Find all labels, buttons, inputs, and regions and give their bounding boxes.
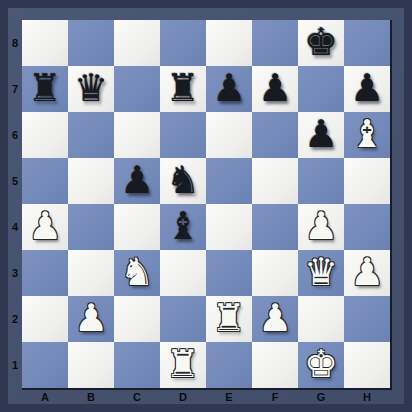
chess-board-frame: 87654321 ♚♜♛♜♟♟♟♟♝♟♞♟♝♟♞♛♟♟♜♟♜♚ ABCDEFGH bbox=[0, 0, 412, 412]
black-bishop[interactable]: ♝ bbox=[166, 207, 200, 245]
square-a3[interactable] bbox=[22, 250, 68, 296]
square-g4[interactable]: ♟ bbox=[298, 204, 344, 250]
square-a4[interactable]: ♟ bbox=[22, 204, 68, 250]
square-b8[interactable] bbox=[68, 20, 114, 66]
square-d4[interactable]: ♝ bbox=[160, 204, 206, 250]
square-d5[interactable]: ♞ bbox=[160, 158, 206, 204]
square-e3[interactable] bbox=[206, 250, 252, 296]
square-f8[interactable] bbox=[252, 20, 298, 66]
square-b4[interactable] bbox=[68, 204, 114, 250]
square-a8[interactable] bbox=[22, 20, 68, 66]
square-f3[interactable] bbox=[252, 250, 298, 296]
square-d2[interactable] bbox=[160, 296, 206, 342]
square-c3[interactable]: ♞ bbox=[114, 250, 160, 296]
square-a1[interactable] bbox=[22, 342, 68, 388]
square-b3[interactable] bbox=[68, 250, 114, 296]
black-knight[interactable]: ♞ bbox=[166, 161, 200, 199]
square-b5[interactable] bbox=[68, 158, 114, 204]
square-d1[interactable]: ♜ bbox=[160, 342, 206, 388]
black-pawn[interactable]: ♟ bbox=[258, 69, 292, 107]
square-c6[interactable] bbox=[114, 112, 160, 158]
white-pawn[interactable]: ♟ bbox=[74, 299, 108, 337]
rank-labels: 87654321 bbox=[8, 20, 22, 388]
black-pawn[interactable]: ♟ bbox=[304, 115, 338, 153]
square-f5[interactable] bbox=[252, 158, 298, 204]
file-label-d: D bbox=[160, 390, 206, 404]
square-h6[interactable]: ♝ bbox=[344, 112, 390, 158]
square-h2[interactable] bbox=[344, 296, 390, 342]
square-d3[interactable] bbox=[160, 250, 206, 296]
square-g8[interactable]: ♚ bbox=[298, 20, 344, 66]
white-pawn[interactable]: ♟ bbox=[258, 299, 292, 337]
rank-label-2: 2 bbox=[8, 296, 22, 342]
square-c2[interactable] bbox=[114, 296, 160, 342]
square-g2[interactable] bbox=[298, 296, 344, 342]
square-e1[interactable] bbox=[206, 342, 252, 388]
square-b1[interactable] bbox=[68, 342, 114, 388]
file-label-e: E bbox=[206, 390, 252, 404]
square-h5[interactable] bbox=[344, 158, 390, 204]
square-c4[interactable] bbox=[114, 204, 160, 250]
square-g7[interactable] bbox=[298, 66, 344, 112]
square-f7[interactable]: ♟ bbox=[252, 66, 298, 112]
file-label-f: F bbox=[252, 390, 298, 404]
file-label-h: H bbox=[344, 390, 390, 404]
file-labels: ABCDEFGH bbox=[22, 390, 392, 404]
square-e2[interactable]: ♜ bbox=[206, 296, 252, 342]
black-king[interactable]: ♚ bbox=[304, 23, 338, 61]
rank-label-4: 4 bbox=[8, 204, 22, 250]
square-b6[interactable] bbox=[68, 112, 114, 158]
square-d8[interactable] bbox=[160, 20, 206, 66]
rank-label-7: 7 bbox=[8, 66, 22, 112]
square-h8[interactable] bbox=[344, 20, 390, 66]
square-f4[interactable] bbox=[252, 204, 298, 250]
black-queen[interactable]: ♛ bbox=[74, 69, 108, 107]
white-rook[interactable]: ♜ bbox=[166, 345, 200, 383]
square-a6[interactable] bbox=[22, 112, 68, 158]
rank-label-5: 5 bbox=[8, 158, 22, 204]
square-f6[interactable] bbox=[252, 112, 298, 158]
file-label-b: B bbox=[68, 390, 114, 404]
square-g3[interactable]: ♛ bbox=[298, 250, 344, 296]
square-h3[interactable]: ♟ bbox=[344, 250, 390, 296]
square-g6[interactable]: ♟ bbox=[298, 112, 344, 158]
rank-label-3: 3 bbox=[8, 250, 22, 296]
square-e5[interactable] bbox=[206, 158, 252, 204]
square-g1[interactable]: ♚ bbox=[298, 342, 344, 388]
black-pawn[interactable]: ♟ bbox=[212, 69, 246, 107]
white-pawn[interactable]: ♟ bbox=[28, 207, 62, 245]
white-king[interactable]: ♚ bbox=[304, 345, 338, 383]
white-knight[interactable]: ♞ bbox=[120, 253, 154, 291]
black-pawn[interactable]: ♟ bbox=[350, 69, 384, 107]
square-d6[interactable] bbox=[160, 112, 206, 158]
square-a5[interactable] bbox=[22, 158, 68, 204]
file-label-c: C bbox=[114, 390, 160, 404]
square-a2[interactable] bbox=[22, 296, 68, 342]
square-h1[interactable] bbox=[344, 342, 390, 388]
black-rook[interactable]: ♜ bbox=[28, 69, 62, 107]
square-b2[interactable]: ♟ bbox=[68, 296, 114, 342]
square-b7[interactable]: ♛ bbox=[68, 66, 114, 112]
square-c1[interactable] bbox=[114, 342, 160, 388]
square-h4[interactable] bbox=[344, 204, 390, 250]
white-bishop[interactable]: ♝ bbox=[350, 115, 384, 153]
square-e4[interactable] bbox=[206, 204, 252, 250]
chess-board: ♚♜♛♜♟♟♟♟♝♟♞♟♝♟♞♛♟♟♜♟♜♚ bbox=[22, 20, 392, 390]
square-e7[interactable]: ♟ bbox=[206, 66, 252, 112]
file-label-g: G bbox=[298, 390, 344, 404]
white-pawn[interactable]: ♟ bbox=[304, 207, 338, 245]
black-rook[interactable]: ♜ bbox=[166, 69, 200, 107]
square-c7[interactable] bbox=[114, 66, 160, 112]
square-g5[interactable] bbox=[298, 158, 344, 204]
white-pawn[interactable]: ♟ bbox=[350, 253, 384, 291]
black-pawn[interactable]: ♟ bbox=[120, 161, 154, 199]
rank-label-6: 6 bbox=[8, 112, 22, 158]
square-d7[interactable]: ♜ bbox=[160, 66, 206, 112]
rank-label-8: 8 bbox=[8, 20, 22, 66]
file-label-a: A bbox=[22, 390, 68, 404]
white-rook[interactable]: ♜ bbox=[212, 299, 246, 337]
square-e6[interactable] bbox=[206, 112, 252, 158]
square-f1[interactable] bbox=[252, 342, 298, 388]
white-queen[interactable]: ♛ bbox=[304, 253, 338, 291]
square-f2[interactable]: ♟ bbox=[252, 296, 298, 342]
rank-label-1: 1 bbox=[8, 342, 22, 388]
square-e8[interactable] bbox=[206, 20, 252, 66]
square-c5[interactable]: ♟ bbox=[114, 158, 160, 204]
square-c8[interactable] bbox=[114, 20, 160, 66]
square-a7[interactable]: ♜ bbox=[22, 66, 68, 112]
square-h7[interactable]: ♟ bbox=[344, 66, 390, 112]
